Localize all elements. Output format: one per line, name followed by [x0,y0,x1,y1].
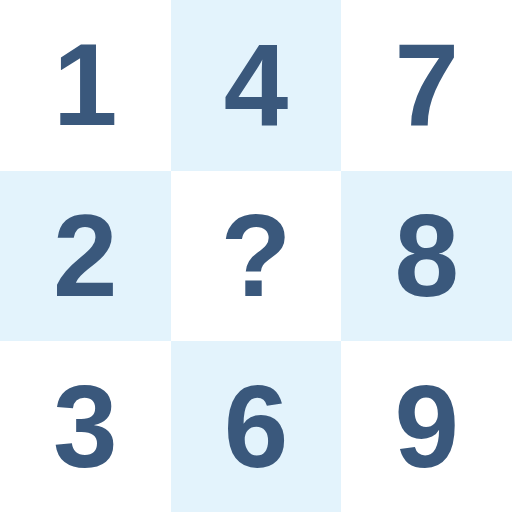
grid-cell-r1c0: 2 [0,171,171,342]
grid-cell-r0c2: 7 [341,0,512,171]
grid-cell-r2c2: 9 [341,341,512,512]
grid-cell-r0c1: 4 [171,0,342,171]
grid-cell-r2c0: 3 [0,341,171,512]
puzzle-board: 1 4 7 2 ? 8 3 6 9 [0,0,512,512]
grid-cell-r1c1-unknown[interactable]: ? [171,171,342,342]
grid-cell-r1c2: 8 [341,171,512,342]
grid-cell-r2c1: 6 [171,341,342,512]
grid-cell-r0c0: 1 [0,0,171,171]
